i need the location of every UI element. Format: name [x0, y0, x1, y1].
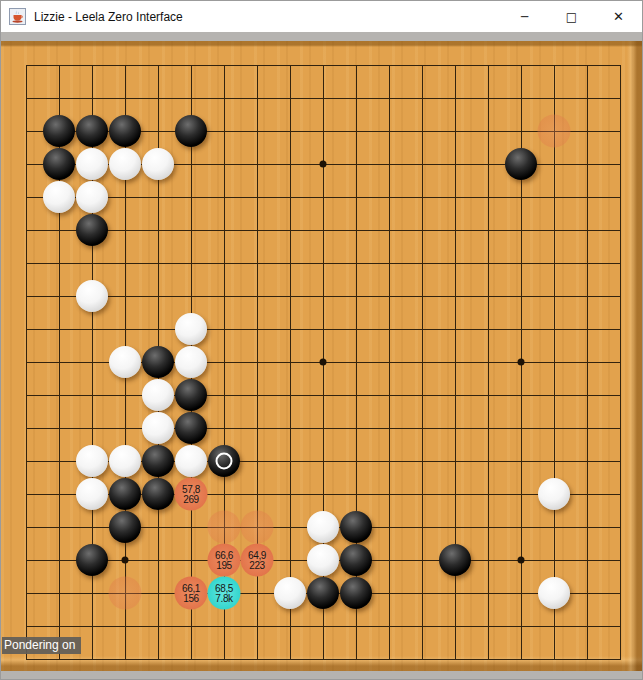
- maximize-button[interactable]: □: [548, 1, 595, 32]
- white-stone[interactable]: [76, 445, 108, 477]
- faint-candidate-move[interactable]: [241, 511, 274, 544]
- faint-candidate-move[interactable]: [538, 115, 571, 148]
- star-point: [320, 359, 327, 366]
- candidate-winrate: 66,6: [215, 550, 233, 560]
- star-point: [518, 557, 525, 564]
- candidate-move[interactable]: 66,1156: [175, 577, 208, 610]
- black-stone[interactable]: [340, 577, 372, 609]
- java-app-icon: [9, 8, 26, 25]
- black-stone[interactable]: [76, 115, 108, 147]
- black-stone[interactable]: [76, 544, 108, 576]
- lizzie-window: Lizzie - Leela Zero Interface ─ □ ✕ 57,8…: [0, 0, 643, 680]
- white-stone[interactable]: [274, 577, 306, 609]
- black-stone[interactable]: [175, 115, 207, 147]
- candidate-move[interactable]: 57,8269: [175, 478, 208, 511]
- black-stone[interactable]: [439, 544, 471, 576]
- candidate-visits: 269: [183, 494, 199, 504]
- black-stone[interactable]: [340, 544, 372, 576]
- candidate-visits: 195: [216, 560, 232, 570]
- black-stone[interactable]: [76, 214, 108, 246]
- candidate-visits: 156: [183, 593, 199, 603]
- close-button[interactable]: ✕: [595, 1, 642, 32]
- board-area: 57,826966,619564,922366,115668,57.8k Pon…: [1, 32, 642, 679]
- candidate-visits: 7.8k: [215, 593, 232, 603]
- black-stone[interactable]: [43, 115, 75, 147]
- white-stone[interactable]: [142, 379, 174, 411]
- last-move-marker: [216, 453, 233, 470]
- white-stone[interactable]: [538, 577, 570, 609]
- white-stone[interactable]: [76, 478, 108, 510]
- black-stone[interactable]: [307, 577, 339, 609]
- white-stone[interactable]: [43, 181, 75, 213]
- faint-candidate-move[interactable]: [208, 511, 241, 544]
- black-stone[interactable]: [109, 478, 141, 510]
- candidate-winrate: 57,8: [182, 484, 200, 494]
- black-stone[interactable]: [505, 148, 537, 180]
- black-stone[interactable]: [175, 379, 207, 411]
- candidate-winrate: 68,5: [215, 583, 233, 593]
- window-title: Lizzie - Leela Zero Interface: [34, 10, 183, 24]
- white-stone[interactable]: [175, 346, 207, 378]
- star-point: [320, 161, 327, 168]
- titlebar[interactable]: Lizzie - Leela Zero Interface ─ □ ✕: [1, 1, 642, 32]
- candidate-move[interactable]: 64,9223: [241, 544, 274, 577]
- white-stone[interactable]: [76, 148, 108, 180]
- white-stone[interactable]: [76, 181, 108, 213]
- white-stone[interactable]: [142, 148, 174, 180]
- white-stone[interactable]: [538, 478, 570, 510]
- star-point: [518, 359, 525, 366]
- candidate-winrate: 66,1: [182, 583, 200, 593]
- black-stone[interactable]: [175, 412, 207, 444]
- goban[interactable]: 57,826966,619564,922366,115668,57.8k: [1, 41, 642, 671]
- white-stone[interactable]: [307, 544, 339, 576]
- minimize-button[interactable]: ─: [501, 1, 548, 32]
- black-stone[interactable]: [109, 115, 141, 147]
- white-stone[interactable]: [109, 346, 141, 378]
- white-stone[interactable]: [109, 445, 141, 477]
- pondering-status: Pondering on: [2, 637, 81, 654]
- black-stone[interactable]: [43, 148, 75, 180]
- best-candidate-move[interactable]: 68,57.8k: [208, 577, 241, 610]
- candidate-visits: 223: [249, 560, 265, 570]
- white-stone[interactable]: [175, 313, 207, 345]
- white-stone[interactable]: [109, 148, 141, 180]
- star-point: [122, 557, 129, 564]
- white-stone[interactable]: [307, 511, 339, 543]
- faint-candidate-move[interactable]: [109, 577, 142, 610]
- black-stone[interactable]: [142, 478, 174, 510]
- window-controls: ─ □ ✕: [501, 1, 642, 32]
- white-stone[interactable]: [76, 280, 108, 312]
- black-stone[interactable]: [142, 445, 174, 477]
- candidate-winrate: 64,9: [248, 550, 266, 560]
- white-stone[interactable]: [142, 412, 174, 444]
- white-stone[interactable]: [175, 445, 207, 477]
- candidate-move[interactable]: 66,6195: [208, 544, 241, 577]
- black-stone[interactable]: [142, 346, 174, 378]
- black-stone[interactable]: [109, 511, 141, 543]
- black-stone[interactable]: [340, 511, 372, 543]
